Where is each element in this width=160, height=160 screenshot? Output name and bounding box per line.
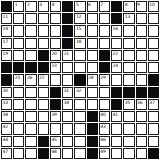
cell[interactable] bbox=[25, 25, 36, 36]
clue-number: 29 bbox=[100, 75, 105, 80]
cell[interactable] bbox=[123, 62, 134, 73]
cell[interactable] bbox=[50, 74, 61, 85]
black-cell bbox=[99, 62, 110, 73]
black-cell bbox=[111, 87, 122, 98]
clue-number: 20 bbox=[51, 51, 56, 56]
cell[interactable] bbox=[99, 99, 110, 110]
cell[interactable] bbox=[136, 136, 147, 147]
black-cell bbox=[74, 74, 85, 85]
clue-number: 1 bbox=[15, 2, 18, 7]
clue-number: 32 bbox=[76, 88, 81, 93]
cell[interactable] bbox=[13, 38, 24, 49]
cell[interactable] bbox=[13, 50, 24, 61]
clue-number: 10 bbox=[149, 2, 154, 7]
cell[interactable] bbox=[13, 99, 24, 110]
cell[interactable] bbox=[136, 74, 147, 85]
cell[interactable]: 16 bbox=[111, 25, 122, 36]
cell[interactable] bbox=[136, 62, 147, 73]
cell[interactable] bbox=[87, 50, 98, 61]
black-cell bbox=[38, 148, 49, 159]
cell[interactable] bbox=[87, 38, 98, 49]
cell[interactable] bbox=[111, 123, 122, 134]
cell[interactable] bbox=[13, 13, 24, 24]
clue-number: 40 bbox=[100, 112, 105, 117]
clue-number: 7 bbox=[100, 2, 103, 7]
cell[interactable] bbox=[13, 136, 24, 147]
cell[interactable]: 11 bbox=[1, 13, 12, 24]
cell[interactable]: 38 bbox=[1, 111, 12, 122]
cell[interactable]: 39 bbox=[50, 111, 61, 122]
clue-number: 26 bbox=[27, 75, 32, 80]
cell[interactable] bbox=[99, 25, 110, 36]
clue-number: 41 bbox=[113, 112, 118, 117]
cell[interactable] bbox=[13, 25, 24, 36]
black-cell bbox=[38, 136, 49, 147]
cell[interactable] bbox=[25, 136, 36, 147]
clue-number: 11 bbox=[3, 14, 8, 19]
cell[interactable] bbox=[123, 123, 134, 134]
clue-number: 4 bbox=[51, 2, 54, 7]
cell[interactable] bbox=[148, 25, 159, 36]
black-cell bbox=[62, 25, 73, 36]
cell[interactable]: 7 bbox=[99, 1, 110, 12]
cell[interactable] bbox=[38, 13, 49, 24]
cell[interactable] bbox=[111, 38, 122, 49]
clue-number: 24 bbox=[113, 63, 118, 68]
cell[interactable] bbox=[62, 136, 73, 147]
clue-number: 23 bbox=[51, 63, 56, 68]
cell[interactable]: 4 bbox=[50, 1, 61, 12]
cell[interactable] bbox=[148, 136, 159, 147]
cell[interactable]: 37 bbox=[148, 99, 159, 110]
clue-number: 48 bbox=[51, 149, 56, 154]
clue-number: 31 bbox=[64, 88, 69, 93]
cell[interactable] bbox=[87, 62, 98, 73]
cell[interactable] bbox=[25, 111, 36, 122]
cell[interactable] bbox=[50, 25, 61, 36]
clue-number: 44 bbox=[3, 137, 8, 142]
cell[interactable] bbox=[87, 13, 98, 24]
cell[interactable]: 17 bbox=[1, 38, 12, 49]
cell[interactable] bbox=[25, 87, 36, 98]
cell[interactable] bbox=[136, 38, 147, 49]
cell[interactable] bbox=[50, 13, 61, 24]
cell[interactable] bbox=[87, 99, 98, 110]
clue-number: 27 bbox=[39, 75, 44, 80]
cell[interactable]: 19 bbox=[1, 50, 12, 61]
cell[interactable] bbox=[111, 74, 122, 85]
cell[interactable]: 42 bbox=[1, 123, 12, 134]
black-cell bbox=[25, 62, 36, 73]
cell[interactable] bbox=[148, 123, 159, 134]
black-cell bbox=[111, 13, 122, 24]
cell[interactable]: 12 bbox=[74, 13, 85, 24]
crossword-grid: 1234567891011121314151617181920212223242… bbox=[0, 0, 160, 160]
cell[interactable]: 8 bbox=[123, 1, 134, 12]
cell[interactable] bbox=[74, 62, 85, 73]
cell[interactable]: 36 bbox=[136, 99, 147, 110]
cell[interactable] bbox=[123, 38, 134, 49]
black-cell bbox=[136, 87, 147, 98]
cell[interactable] bbox=[38, 38, 49, 49]
cell[interactable]: 27 bbox=[38, 74, 49, 85]
black-cell bbox=[62, 1, 73, 12]
clue-number: 18 bbox=[76, 39, 81, 44]
clue-number: 13 bbox=[125, 14, 130, 19]
cell[interactable] bbox=[99, 13, 110, 24]
black-cell bbox=[87, 136, 98, 147]
cell[interactable] bbox=[62, 148, 73, 159]
clue-number: 14 bbox=[3, 26, 8, 31]
cell[interactable] bbox=[62, 62, 73, 73]
cell[interactable]: 10 bbox=[148, 1, 159, 12]
cell[interactable] bbox=[74, 111, 85, 122]
cell[interactable]: 40 bbox=[99, 111, 110, 122]
clue-number: 49 bbox=[100, 149, 105, 154]
clue-number: 38 bbox=[3, 112, 8, 117]
cell[interactable] bbox=[99, 87, 110, 98]
clue-number: 17 bbox=[3, 39, 8, 44]
cell[interactable]: 45 bbox=[50, 136, 61, 147]
cell[interactable] bbox=[74, 123, 85, 134]
cell[interactable] bbox=[50, 123, 61, 134]
black-cell bbox=[13, 62, 24, 73]
cell[interactable]: 22 bbox=[111, 50, 122, 61]
clue-number: 46 bbox=[100, 137, 105, 142]
cell[interactable] bbox=[111, 148, 122, 159]
cell[interactable]: 14 bbox=[1, 25, 12, 36]
black-cell bbox=[87, 123, 98, 134]
cell[interactable] bbox=[25, 38, 36, 49]
clue-number: 45 bbox=[51, 137, 56, 142]
clue-number: 43 bbox=[100, 124, 105, 129]
clue-number: 25 bbox=[15, 75, 20, 80]
cell[interactable] bbox=[25, 123, 36, 134]
cell[interactable] bbox=[38, 87, 49, 98]
clue-number: 30 bbox=[3, 88, 8, 93]
cell[interactable] bbox=[148, 111, 159, 122]
black-cell bbox=[1, 74, 12, 85]
cell[interactable] bbox=[148, 50, 159, 61]
cell[interactable]: 35 bbox=[123, 99, 134, 110]
clue-number: 28 bbox=[88, 75, 93, 80]
cell[interactable] bbox=[123, 148, 134, 159]
black-cell bbox=[87, 148, 98, 159]
cell[interactable] bbox=[38, 25, 49, 36]
cell[interactable] bbox=[123, 111, 134, 122]
cell[interactable] bbox=[38, 99, 49, 110]
cell[interactable]: 3 bbox=[38, 1, 49, 12]
cell[interactable]: 47 bbox=[1, 148, 12, 159]
cell[interactable]: 44 bbox=[1, 136, 12, 147]
clue-number: 33 bbox=[3, 100, 8, 105]
cell[interactable] bbox=[87, 87, 98, 98]
cell[interactable] bbox=[13, 148, 24, 159]
cell[interactable]: 48 bbox=[50, 148, 61, 159]
black-cell bbox=[99, 50, 110, 61]
cell[interactable] bbox=[136, 111, 147, 122]
cell[interactable] bbox=[25, 148, 36, 159]
cell[interactable]: 23 bbox=[50, 62, 61, 73]
clue-number: 6 bbox=[88, 2, 91, 7]
clue-number: 39 bbox=[51, 112, 56, 117]
cell[interactable] bbox=[38, 123, 49, 134]
cell[interactable] bbox=[123, 136, 134, 147]
cell[interactable]: 46 bbox=[99, 136, 110, 147]
cell[interactable] bbox=[74, 50, 85, 61]
cell[interactable] bbox=[111, 136, 122, 147]
cell[interactable] bbox=[13, 87, 24, 98]
cell[interactable]: 41 bbox=[111, 111, 122, 122]
cell[interactable]: 30 bbox=[1, 87, 12, 98]
cell[interactable] bbox=[123, 25, 134, 36]
cell[interactable]: 31 bbox=[62, 87, 73, 98]
cell[interactable] bbox=[136, 148, 147, 159]
clue-number: 8 bbox=[125, 2, 128, 7]
cell[interactable] bbox=[136, 123, 147, 134]
black-cell bbox=[50, 99, 61, 110]
clue-number: 37 bbox=[149, 100, 154, 105]
cell[interactable] bbox=[148, 38, 159, 49]
clue-number: 15 bbox=[76, 26, 81, 31]
cell[interactable]: 2 bbox=[25, 1, 36, 12]
black-cell bbox=[1, 1, 12, 12]
cell[interactable] bbox=[99, 38, 110, 49]
black-cell bbox=[38, 62, 49, 73]
black-cell bbox=[148, 87, 159, 98]
cell[interactable]: 5 bbox=[74, 1, 85, 12]
cell[interactable] bbox=[136, 50, 147, 61]
cell[interactable] bbox=[87, 25, 98, 36]
clue-number: 35 bbox=[125, 100, 130, 105]
cell[interactable] bbox=[62, 111, 73, 122]
cell[interactable]: 49 bbox=[99, 148, 110, 159]
black-cell bbox=[111, 1, 122, 12]
black-cell bbox=[111, 99, 122, 110]
black-cell bbox=[148, 74, 159, 85]
cell[interactable]: 15 bbox=[74, 25, 85, 36]
cell[interactable]: 20 bbox=[50, 50, 61, 61]
clue-number: 9 bbox=[137, 2, 140, 7]
cell[interactable]: 26 bbox=[25, 74, 36, 85]
clue-number: 12 bbox=[76, 14, 81, 19]
cell[interactable]: 33 bbox=[1, 99, 12, 110]
cell[interactable]: 24 bbox=[111, 62, 122, 73]
clue-number: 16 bbox=[113, 26, 118, 31]
clue-number: 47 bbox=[3, 149, 8, 154]
cell[interactable] bbox=[62, 123, 73, 134]
cell[interactable]: 13 bbox=[123, 13, 134, 24]
cell[interactable] bbox=[136, 13, 147, 24]
black-cell bbox=[123, 87, 134, 98]
clue-number: 22 bbox=[113, 51, 118, 56]
cell[interactable]: 1 bbox=[13, 1, 24, 12]
cell[interactable] bbox=[123, 74, 134, 85]
cell[interactable] bbox=[74, 136, 85, 147]
black-cell bbox=[50, 87, 61, 98]
clue-number: 21 bbox=[64, 51, 69, 56]
cell[interactable] bbox=[13, 111, 24, 122]
cell[interactable] bbox=[74, 99, 85, 110]
cell[interactable] bbox=[38, 111, 49, 122]
cell[interactable] bbox=[74, 148, 85, 159]
black-cell bbox=[62, 13, 73, 24]
cell[interactable]: 6 bbox=[87, 1, 98, 12]
clue-number: 19 bbox=[3, 51, 8, 56]
cell[interactable] bbox=[148, 13, 159, 24]
clue-number: 36 bbox=[137, 100, 142, 105]
cell[interactable] bbox=[148, 62, 159, 73]
cell[interactable]: 18 bbox=[74, 38, 85, 49]
cell[interactable]: 28 bbox=[87, 74, 98, 85]
black-cell bbox=[1, 62, 12, 73]
cell[interactable] bbox=[13, 123, 24, 134]
cell[interactable]: 43 bbox=[99, 123, 110, 134]
cell[interactable] bbox=[123, 50, 134, 61]
black-cell bbox=[87, 111, 98, 122]
cell[interactable]: 32 bbox=[74, 87, 85, 98]
cell[interactable] bbox=[25, 50, 36, 61]
cell[interactable] bbox=[136, 25, 147, 36]
cell[interactable] bbox=[50, 38, 61, 49]
clue-number: 34 bbox=[64, 100, 69, 105]
cell[interactable]: 34 bbox=[62, 99, 73, 110]
cell[interactable]: 29 bbox=[99, 74, 110, 85]
clue-number: 5 bbox=[76, 2, 79, 7]
black-cell bbox=[62, 38, 73, 49]
clue-number: 2 bbox=[27, 2, 30, 7]
cell[interactable]: 9 bbox=[136, 1, 147, 12]
clue-number: 42 bbox=[3, 124, 8, 129]
cell[interactable] bbox=[25, 99, 36, 110]
black-cell bbox=[38, 50, 49, 61]
clue-number: 3 bbox=[39, 2, 42, 7]
cell[interactable]: 21 bbox=[62, 50, 73, 61]
cell[interactable] bbox=[62, 74, 73, 85]
black-cell bbox=[148, 148, 159, 159]
cell[interactable]: 25 bbox=[13, 74, 24, 85]
cell[interactable] bbox=[25, 13, 36, 24]
